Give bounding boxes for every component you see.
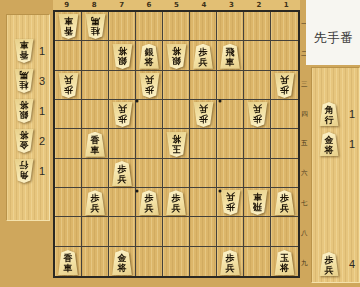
piece-face: 桂馬	[85, 14, 106, 39]
piece-face: 銀将	[166, 44, 187, 69]
square-1-1[interactable]	[271, 12, 298, 41]
file-label-6: 6	[135, 0, 162, 10]
piece-kanji: 将	[118, 263, 127, 273]
square-4-5[interactable]	[190, 129, 217, 158]
file-label-3: 3	[218, 0, 245, 10]
square-8-9[interactable]	[82, 247, 109, 276]
hand-count-sente-G: 1	[349, 138, 355, 150]
square-7-8[interactable]	[109, 217, 136, 246]
square-6-6[interactable]	[136, 159, 163, 188]
piece-kanji: 将	[20, 130, 29, 140]
piece-kanji: 馬	[20, 70, 29, 80]
square-9-9[interactable]: 香車	[55, 247, 82, 276]
piece-kanji: 将	[118, 46, 127, 56]
rank-label-3: 三	[301, 70, 311, 100]
file-label-strip: 987654321	[53, 0, 300, 10]
piece-kanji: 車	[91, 145, 100, 155]
square-4-4[interactable]: 歩兵	[190, 100, 217, 129]
piece-sente-P[interactable]: 歩兵	[193, 44, 214, 69]
piece-kanji: 飛	[253, 202, 262, 212]
square-8-8[interactable]	[82, 217, 109, 246]
piece-face: 金将	[319, 132, 339, 156]
sente-hand-stand: 角行1金将1歩兵4	[311, 67, 360, 283]
piece-face: 歩兵	[193, 102, 214, 127]
piece-face: 玉将	[274, 250, 295, 275]
piece-gote-P[interactable]: 歩兵	[220, 190, 241, 215]
piece-gote-S[interactable]: 銀将	[166, 44, 187, 69]
piece-kanji: 銀	[20, 110, 29, 120]
piece-kanji: 歩	[280, 193, 289, 203]
piece-gote-K[interactable]: 玉将	[166, 132, 187, 157]
piece-kanji: 歩	[118, 114, 127, 124]
square-3-7[interactable]: 歩兵	[217, 188, 244, 217]
piece-gote-B[interactable]: 角行	[14, 159, 34, 183]
piece-face: 歩兵	[274, 73, 295, 98]
piece-kanji: 桂	[20, 80, 29, 90]
square-8-5[interactable]: 香車	[82, 129, 109, 158]
square-9-3[interactable]: 歩兵	[55, 71, 82, 100]
square-9-7[interactable]	[55, 188, 82, 217]
square-1-6[interactable]	[271, 159, 298, 188]
piece-face: 銀将	[14, 99, 34, 123]
piece-kanji: 歩	[325, 255, 334, 265]
square-6-2[interactable]: 銀将	[136, 41, 163, 70]
piece-kanji: 香	[91, 135, 100, 145]
hand-count-gote-G: 2	[39, 135, 45, 147]
piece-face: 歩兵	[85, 190, 106, 215]
piece-kanji: 香	[64, 253, 73, 263]
piece-face: 歩兵	[139, 190, 160, 215]
star-point	[218, 100, 221, 103]
piece-kanji: 兵	[253, 104, 262, 114]
piece-kanji: 将	[20, 100, 29, 110]
piece-kanji: 兵	[91, 203, 100, 213]
square-1-4[interactable]	[271, 100, 298, 129]
piece-sente-S[interactable]: 銀将	[139, 44, 160, 69]
square-5-9[interactable]	[163, 247, 190, 276]
piece-kanji: 兵	[226, 192, 235, 202]
file-label-8: 8	[80, 0, 107, 10]
piece-gote-P[interactable]: 歩兵	[112, 102, 133, 127]
piece-gote-R[interactable]: 飛車	[247, 190, 268, 215]
piece-kanji: 車	[226, 57, 235, 67]
piece-gote-S[interactable]: 銀将	[14, 99, 34, 123]
piece-face: 銀将	[139, 44, 160, 69]
piece-sente-L[interactable]: 香車	[85, 132, 106, 157]
square-2-4[interactable]: 歩兵	[244, 100, 271, 129]
star-point	[218, 189, 221, 192]
file-label-9: 9	[53, 0, 80, 10]
square-5-6[interactable]	[163, 159, 190, 188]
square-3-3[interactable]	[217, 71, 244, 100]
square-8-2[interactable]	[82, 41, 109, 70]
hand-count-gote-N: 3	[39, 75, 45, 87]
piece-kanji: 歩	[145, 193, 154, 203]
square-7-1[interactable]	[109, 12, 136, 41]
piece-face: 歩兵	[220, 190, 241, 215]
square-4-9[interactable]	[190, 247, 217, 276]
square-7-5[interactable]	[109, 129, 136, 158]
square-5-4[interactable]	[163, 100, 190, 129]
piece-kanji: 兵	[199, 57, 208, 67]
piece-face: 歩兵	[112, 161, 133, 186]
square-6-8[interactable]	[136, 217, 163, 246]
piece-face: 歩兵	[112, 102, 133, 127]
piece-face: 角行	[14, 159, 34, 183]
piece-kanji: 金	[20, 140, 29, 150]
piece-face: 歩兵	[319, 252, 339, 276]
piece-kanji: 将	[280, 263, 289, 273]
piece-face: 歩兵	[220, 250, 241, 275]
rank-label-8: 八	[301, 218, 311, 248]
piece-kanji: 歩	[145, 85, 154, 95]
rank-label-5: 五	[301, 129, 311, 159]
piece-kanji: 香	[64, 26, 73, 36]
hand-count-gote-B: 1	[39, 165, 45, 177]
square-3-5[interactable]	[217, 129, 244, 158]
square-4-1[interactable]	[190, 12, 217, 41]
square-3-4[interactable]	[217, 100, 244, 129]
piece-gote-G[interactable]: 金将	[14, 129, 34, 153]
piece-kanji: 香	[20, 50, 29, 60]
hand-slot-gote-L: 香車1	[7, 37, 49, 65]
square-1-2[interactable]	[271, 41, 298, 70]
square-8-6[interactable]	[82, 159, 109, 188]
piece-face: 玉将	[166, 132, 187, 157]
piece-kanji: 行	[325, 115, 334, 125]
piece-face: 金将	[112, 250, 133, 275]
piece-kanji: 金	[325, 135, 334, 145]
file-label-7: 7	[108, 0, 135, 10]
rank-label-7: 七	[301, 189, 311, 219]
file-label-5: 5	[163, 0, 190, 10]
piece-kanji: 歩	[253, 114, 262, 124]
square-2-1[interactable]	[244, 12, 271, 41]
piece-kanji: 兵	[64, 75, 73, 85]
square-1-8[interactable]	[271, 217, 298, 246]
square-1-3[interactable]: 歩兵	[271, 71, 298, 100]
piece-face: 飛車	[247, 190, 268, 215]
square-9-2[interactable]	[55, 41, 82, 70]
piece-kanji: 車	[20, 40, 29, 50]
piece-face: 飛車	[220, 44, 241, 69]
square-8-1[interactable]: 桂馬	[82, 12, 109, 41]
gote-hand-stand: 香車1桂馬3銀将1金将2角行1	[6, 14, 50, 221]
square-2-3[interactable]	[244, 71, 271, 100]
piece-kanji: 兵	[118, 174, 127, 184]
square-9-5[interactable]	[55, 129, 82, 158]
shogi-board: 香車桂馬銀将銀将銀将歩兵飛車歩兵歩兵歩兵歩兵歩兵歩兵香車玉将歩兵歩兵歩兵歩兵歩兵…	[53, 10, 300, 278]
piece-sente-L[interactable]: 香車	[58, 250, 79, 275]
square-7-3[interactable]	[109, 71, 136, 100]
piece-kanji: 歩	[172, 193, 181, 203]
square-5-1[interactable]	[163, 12, 190, 41]
square-3-9[interactable]: 歩兵	[217, 247, 244, 276]
shogi-app: 987654321 香車桂馬銀将銀将銀将歩兵飛車歩兵歩兵歩兵歩兵歩兵歩兵香車玉将…	[0, 0, 360, 287]
piece-kanji: 兵	[280, 75, 289, 85]
star-point	[136, 100, 139, 103]
piece-kanji: 将	[145, 57, 154, 67]
piece-kanji: 将	[172, 134, 181, 144]
piece-face: 桂馬	[14, 69, 34, 93]
hand-count-gote-S: 1	[39, 105, 45, 117]
square-1-5[interactable]	[271, 129, 298, 158]
piece-gote-P[interactable]: 歩兵	[247, 102, 268, 127]
piece-gote-N[interactable]: 桂馬	[14, 69, 34, 93]
square-7-7[interactable]	[109, 188, 136, 217]
piece-sente-P[interactable]: 歩兵	[220, 250, 241, 275]
hand-slot-sente-P: 歩兵4	[312, 250, 359, 278]
piece-gote-L[interactable]: 香車	[14, 39, 34, 63]
piece-face: 歩兵	[166, 190, 187, 215]
rank-label-6: 六	[301, 159, 311, 189]
square-8-4[interactable]	[82, 100, 109, 129]
piece-sente-P[interactable]: 歩兵	[274, 190, 295, 215]
hand-slot-sente-B: 角行1	[312, 100, 359, 128]
square-3-8[interactable]	[217, 217, 244, 246]
piece-kanji: 兵	[145, 75, 154, 85]
piece-kanji: 将	[325, 145, 334, 155]
piece-sente-G[interactable]: 金将	[112, 250, 133, 275]
rank-label-4: 四	[301, 99, 311, 129]
square-2-6[interactable]	[244, 159, 271, 188]
piece-kanji: 車	[64, 263, 73, 273]
piece-face: 銀将	[112, 44, 133, 69]
square-6-1[interactable]	[136, 12, 163, 41]
square-6-3[interactable]: 歩兵	[136, 71, 163, 100]
piece-face: 香車	[14, 39, 34, 63]
square-8-7[interactable]: 歩兵	[82, 188, 109, 217]
square-6-9[interactable]	[136, 247, 163, 276]
square-8-3[interactable]	[82, 71, 109, 100]
square-9-8[interactable]	[55, 217, 82, 246]
piece-kanji: 歩	[199, 114, 208, 124]
piece-kanji: 銀	[172, 56, 181, 66]
piece-gote-P[interactable]: 歩兵	[193, 102, 214, 127]
square-4-3[interactable]	[190, 71, 217, 100]
piece-face: 歩兵	[247, 102, 268, 127]
piece-gote-P[interactable]: 歩兵	[139, 73, 160, 98]
square-4-8[interactable]	[190, 217, 217, 246]
piece-kanji: 車	[64, 16, 73, 26]
rank-label-9: 九	[301, 248, 311, 278]
square-4-6[interactable]	[190, 159, 217, 188]
piece-face: 香車	[58, 250, 79, 275]
piece-kanji: 兵	[145, 203, 154, 213]
hand-slot-gote-G: 金将2	[7, 127, 49, 155]
file-label-2: 2	[245, 0, 272, 10]
square-3-6[interactable]	[217, 159, 244, 188]
piece-kanji: 歩	[64, 85, 73, 95]
piece-kanji: 角	[325, 105, 334, 115]
piece-kanji: 歩	[91, 193, 100, 203]
square-7-6[interactable]: 歩兵	[109, 159, 136, 188]
piece-face: 香車	[58, 14, 79, 39]
piece-face: 角行	[319, 102, 339, 126]
square-2-9[interactable]	[244, 247, 271, 276]
square-6-4[interactable]	[136, 100, 163, 129]
square-7-9[interactable]: 金将	[109, 247, 136, 276]
piece-kanji: 兵	[325, 265, 334, 275]
piece-gote-N[interactable]: 桂馬	[85, 14, 106, 39]
piece-face: 歩兵	[274, 190, 295, 215]
piece-kanji: 玉	[280, 253, 289, 263]
piece-sente-P[interactable]: 歩兵	[112, 161, 133, 186]
piece-gote-L[interactable]: 香車	[58, 14, 79, 39]
piece-kanji: 兵	[226, 263, 235, 273]
piece-kanji: 兵	[118, 104, 127, 114]
square-6-7[interactable]: 歩兵	[136, 188, 163, 217]
hand-slot-gote-S: 銀将1	[7, 97, 49, 125]
piece-kanji: 歩	[280, 85, 289, 95]
square-5-5[interactable]: 玉将	[163, 129, 190, 158]
square-3-1[interactable]	[217, 12, 244, 41]
piece-gote-S[interactable]: 銀将	[112, 44, 133, 69]
hand-count-sente-P: 4	[349, 258, 355, 270]
square-5-2[interactable]: 銀将	[163, 41, 190, 70]
piece-kanji: 金	[118, 253, 127, 263]
info-panel: 先手番	[306, 0, 360, 65]
hand-slot-gote-B: 角行1	[7, 157, 49, 185]
square-9-1[interactable]: 香車	[55, 12, 82, 41]
piece-kanji: 銀	[118, 56, 127, 66]
square-5-8[interactable]	[163, 217, 190, 246]
hand-count-gote-L: 1	[39, 45, 45, 57]
square-9-4[interactable]	[55, 100, 82, 129]
square-2-8[interactable]	[244, 217, 271, 246]
piece-kanji: 兵	[199, 104, 208, 114]
piece-face: 金将	[14, 129, 34, 153]
square-9-6[interactable]	[55, 159, 82, 188]
piece-kanji: 歩	[226, 202, 235, 212]
piece-kanji: 玉	[172, 144, 181, 154]
piece-face: 歩兵	[58, 73, 79, 98]
square-6-5[interactable]	[136, 129, 163, 158]
piece-face: 香車	[85, 132, 106, 157]
square-4-7[interactable]	[190, 188, 217, 217]
piece-kanji: 歩	[199, 47, 208, 57]
hand-count-sente-B: 1	[349, 108, 355, 120]
piece-face: 歩兵	[193, 44, 214, 69]
hand-slot-gote-N: 桂馬3	[7, 67, 49, 95]
piece-kanji: 兵	[280, 203, 289, 213]
star-point	[136, 189, 139, 192]
piece-sente-P[interactable]: 歩兵	[139, 190, 160, 215]
turn-indicator: 先手番	[314, 30, 353, 47]
piece-sente-R[interactable]: 飛車	[220, 44, 241, 69]
piece-kanji: 歩	[118, 164, 127, 174]
piece-sente-B[interactable]: 角行	[319, 102, 339, 126]
piece-gote-P[interactable]: 歩兵	[274, 73, 295, 98]
piece-face: 歩兵	[139, 73, 160, 98]
piece-kanji: 歩	[226, 253, 235, 263]
piece-sente-P[interactable]: 歩兵	[166, 190, 187, 215]
piece-kanji: 兵	[172, 203, 181, 213]
hand-slot-sente-G: 金将1	[312, 130, 359, 158]
piece-kanji: 馬	[91, 16, 100, 26]
square-2-2[interactable]	[244, 41, 271, 70]
piece-kanji: 桂	[91, 26, 100, 36]
square-5-3[interactable]	[163, 71, 190, 100]
square-2-7[interactable]: 飛車	[244, 188, 271, 217]
piece-sente-G[interactable]: 金将	[319, 132, 339, 156]
piece-kanji: 将	[172, 46, 181, 56]
square-4-2[interactable]: 歩兵	[190, 41, 217, 70]
file-label-4: 4	[190, 0, 217, 10]
piece-kanji: 飛	[226, 47, 235, 57]
square-7-4[interactable]: 歩兵	[109, 100, 136, 129]
square-3-2[interactable]: 飛車	[217, 41, 244, 70]
piece-sente-K[interactable]: 玉将	[274, 250, 295, 275]
file-label-1: 1	[273, 0, 300, 10]
piece-kanji: 角	[20, 170, 29, 180]
piece-sente-P[interactable]: 歩兵	[319, 252, 339, 276]
piece-kanji: 行	[20, 160, 29, 170]
piece-kanji: 銀	[145, 47, 154, 57]
square-1-7[interactable]: 歩兵	[271, 188, 298, 217]
square-1-9[interactable]: 玉将	[271, 247, 298, 276]
piece-sente-P[interactable]: 歩兵	[85, 190, 106, 215]
square-5-7[interactable]: 歩兵	[163, 188, 190, 217]
piece-kanji: 車	[253, 192, 262, 202]
piece-gote-P[interactable]: 歩兵	[58, 73, 79, 98]
square-2-5[interactable]	[244, 129, 271, 158]
square-7-2[interactable]: 銀将	[109, 41, 136, 70]
